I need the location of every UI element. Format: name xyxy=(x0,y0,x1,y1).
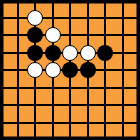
stone-black xyxy=(80,62,96,78)
stone-black xyxy=(62,62,78,78)
go-board[interactable] xyxy=(0,0,140,140)
stone-black xyxy=(27,45,43,61)
grid-line-h xyxy=(0,104,140,106)
stone-white xyxy=(45,27,61,43)
stone-white xyxy=(27,10,43,26)
grid-line-h xyxy=(0,87,140,89)
stone-white xyxy=(62,45,78,61)
stone-black xyxy=(27,27,43,43)
stone-black xyxy=(45,45,61,61)
grid-line-v xyxy=(104,0,106,140)
grid-line-h xyxy=(0,122,140,124)
stone-black xyxy=(97,45,113,61)
stone-white xyxy=(27,62,43,78)
stone-white xyxy=(45,62,61,78)
grid-line-v xyxy=(122,0,124,140)
stone-white xyxy=(80,45,96,61)
